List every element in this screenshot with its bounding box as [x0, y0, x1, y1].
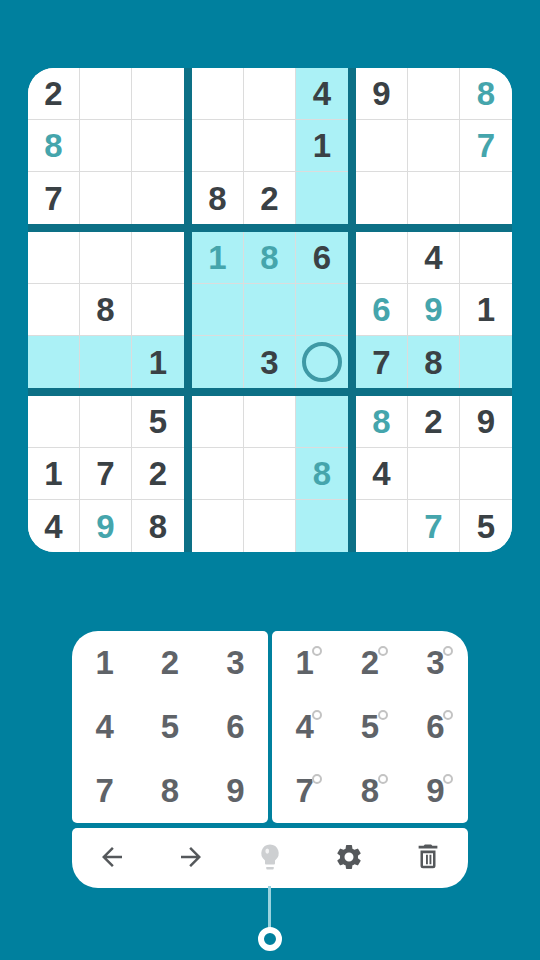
- given-number: 9: [372, 77, 390, 110]
- cell-r5c3[interactable]: [132, 284, 184, 336]
- numpad-digit-4[interactable]: 4: [72, 695, 137, 759]
- cell-r2c6[interactable]: 1: [296, 120, 348, 172]
- cell-r7c4[interactable]: [192, 396, 244, 448]
- cell-r1c8[interactable]: [408, 68, 460, 120]
- given-number: 7: [96, 457, 114, 490]
- user-number: 8: [313, 457, 331, 490]
- box-5: 1863: [192, 232, 348, 388]
- numpad-digit-7[interactable]: 7: [72, 759, 137, 823]
- cell-r4c5[interactable]: 8: [244, 232, 296, 284]
- handle-line: [268, 886, 271, 930]
- cell-r9c1[interactable]: 4: [28, 500, 80, 552]
- given-number: 2: [260, 182, 278, 215]
- given-number: 2: [424, 405, 442, 438]
- numpad-digit-8[interactable]: 8: [137, 759, 202, 823]
- numpad-digit-1[interactable]: 1: [72, 631, 137, 695]
- cell-r5c1[interactable]: [28, 284, 80, 336]
- given-number: 4: [44, 510, 62, 543]
- user-number: 8: [477, 77, 495, 110]
- note-ring-icon: [378, 710, 388, 720]
- numpad-digit-6[interactable]: 6: [203, 695, 268, 759]
- notepad-digit-8[interactable]: 8: [337, 759, 402, 823]
- numpad-notes: 123456789: [272, 631, 468, 823]
- cell-r1c1[interactable]: 2: [28, 68, 80, 120]
- cell-r7c2[interactable]: [80, 396, 132, 448]
- note-digit-label: 2: [361, 644, 379, 682]
- cell-r9c3[interactable]: 8: [132, 500, 184, 552]
- cell-r9c4[interactable]: [192, 500, 244, 552]
- cell-r2c9[interactable]: 7: [460, 120, 512, 172]
- cell-r3c1[interactable]: 7: [28, 172, 80, 224]
- note-digit-label: 5: [361, 708, 379, 746]
- cell-r7c9[interactable]: 9: [460, 396, 512, 448]
- cell-r8c9[interactable]: [460, 448, 512, 500]
- cell-r2c3[interactable]: [132, 120, 184, 172]
- handle-ring[interactable]: [258, 927, 282, 951]
- given-number: 7: [44, 182, 62, 215]
- cell-r3c3[interactable]: [132, 172, 184, 224]
- given-number: 1: [313, 129, 331, 162]
- cell-r2c5[interactable]: [244, 120, 296, 172]
- given-number: 5: [149, 405, 167, 438]
- cell-r8c6[interactable]: 8: [296, 448, 348, 500]
- selected-cell-ring: [302, 342, 342, 382]
- note-ring-icon: [312, 774, 322, 784]
- note-digit-label: 8: [361, 772, 379, 810]
- cell-r6c1[interactable]: [28, 336, 80, 388]
- cell-r4c9[interactable]: [460, 232, 512, 284]
- cell-r3c8[interactable]: [408, 172, 460, 224]
- cell-r4c2[interactable]: [80, 232, 132, 284]
- user-number: 8: [44, 129, 62, 162]
- notepad-digit-7[interactable]: 7: [272, 759, 337, 823]
- cell-r3c7[interactable]: [356, 172, 408, 224]
- given-number: 5: [477, 510, 495, 543]
- cell-r9c7[interactable]: [356, 500, 408, 552]
- box-1: 287: [28, 68, 184, 224]
- note-digit-label: 1: [295, 644, 313, 682]
- cell-r1c9[interactable]: 8: [460, 68, 512, 120]
- cell-r6c8[interactable]: 8: [408, 336, 460, 388]
- given-number: 1: [477, 293, 495, 326]
- given-number: 1: [149, 346, 167, 379]
- numpad-digit-3[interactable]: 3: [203, 631, 268, 695]
- given-number: 7: [372, 346, 390, 379]
- note-ring-icon: [378, 646, 388, 656]
- cell-r5c6[interactable]: [296, 284, 348, 336]
- user-number: 8: [372, 405, 390, 438]
- cell-r8c2[interactable]: 7: [80, 448, 132, 500]
- cell-r3c6[interactable]: [296, 172, 348, 224]
- note-ring-icon: [378, 774, 388, 784]
- cell-r5c9[interactable]: 1: [460, 284, 512, 336]
- gear-icon: [334, 842, 364, 875]
- given-number: 4: [424, 241, 442, 274]
- undo-button[interactable]: [92, 838, 132, 878]
- cell-r1c2[interactable]: [80, 68, 132, 120]
- note-ring-icon: [312, 710, 322, 720]
- sudoku-board: 287418298781186346917851724988829475: [28, 68, 512, 552]
- user-number: 7: [424, 510, 442, 543]
- box-9: 829475: [356, 396, 512, 552]
- given-number: 6: [313, 241, 331, 274]
- box-6: 469178: [356, 232, 512, 388]
- cell-r4c3[interactable]: [132, 232, 184, 284]
- note-digit-label: 9: [426, 772, 444, 810]
- cell-r1c4[interactable]: [192, 68, 244, 120]
- notepad-digit-3[interactable]: 3: [403, 631, 468, 695]
- cell-r9c2[interactable]: 9: [80, 500, 132, 552]
- cell-r6c2[interactable]: [80, 336, 132, 388]
- cell-r6c9[interactable]: [460, 336, 512, 388]
- cell-r2c8[interactable]: [408, 120, 460, 172]
- cell-r9c8[interactable]: 7: [408, 500, 460, 552]
- cell-r7c8[interactable]: 2: [408, 396, 460, 448]
- note-digit-label: 7: [295, 772, 313, 810]
- cell-r8c8[interactable]: [408, 448, 460, 500]
- user-number: 6: [372, 293, 390, 326]
- numpad-digit-9[interactable]: 9: [203, 759, 268, 823]
- cell-r7c5[interactable]: [244, 396, 296, 448]
- cell-r4c4[interactable]: 1: [192, 232, 244, 284]
- trash-icon: [413, 842, 443, 875]
- cell-r9c5[interactable]: [244, 500, 296, 552]
- given-number: 3: [260, 346, 278, 379]
- given-number: 4: [313, 77, 331, 110]
- cell-r7c3[interactable]: 5: [132, 396, 184, 448]
- given-number: 9: [477, 405, 495, 438]
- given-number: 8: [424, 346, 442, 379]
- cell-r3c5[interactable]: 2: [244, 172, 296, 224]
- cell-r8c4[interactable]: [192, 448, 244, 500]
- box-3: 987: [356, 68, 512, 224]
- box-4: 81: [28, 232, 184, 388]
- cell-r2c4[interactable]: [192, 120, 244, 172]
- note-digit-label: 3: [426, 644, 444, 682]
- redo-button[interactable]: [171, 838, 211, 878]
- toolbar: [72, 828, 468, 888]
- numpad-digit-5[interactable]: 5: [137, 695, 202, 759]
- cell-r5c5[interactable]: [244, 284, 296, 336]
- given-number: 8: [208, 182, 226, 215]
- user-number: 9: [96, 510, 114, 543]
- cell-r7c7[interactable]: 8: [356, 396, 408, 448]
- cell-r8c1[interactable]: 1: [28, 448, 80, 500]
- cell-r6c3[interactable]: 1: [132, 336, 184, 388]
- cell-r2c7[interactable]: [356, 120, 408, 172]
- cell-r9c9[interactable]: 5: [460, 500, 512, 552]
- user-number: 7: [477, 129, 495, 162]
- cell-r1c7[interactable]: 9: [356, 68, 408, 120]
- settings-button[interactable]: [329, 838, 369, 878]
- notepad-digit-4[interactable]: 4: [272, 695, 337, 759]
- numpad-normal: 123456789: [72, 631, 268, 823]
- cell-r6c6[interactable]: [296, 336, 348, 388]
- cell-r1c3[interactable]: [132, 68, 184, 120]
- cell-r7c1[interactable]: [28, 396, 80, 448]
- cell-r6c4[interactable]: [192, 336, 244, 388]
- note-ring-icon: [312, 646, 322, 656]
- notepad-digit-1[interactable]: 1: [272, 631, 337, 695]
- lightbulb-icon: [255, 842, 285, 875]
- box-2: 4182: [192, 68, 348, 224]
- given-number: 2: [149, 457, 167, 490]
- box-8: 8: [192, 396, 348, 552]
- cell-r8c7[interactable]: 4: [356, 448, 408, 500]
- given-number: 8: [96, 293, 114, 326]
- cell-r7c6[interactable]: [296, 396, 348, 448]
- cell-r3c4[interactable]: 8: [192, 172, 244, 224]
- cell-r4c8[interactable]: 4: [408, 232, 460, 284]
- given-number: 2: [44, 77, 62, 110]
- arrow-right-icon: [176, 842, 206, 875]
- cell-r3c2[interactable]: [80, 172, 132, 224]
- cell-r3c9[interactable]: [460, 172, 512, 224]
- cell-r8c3[interactable]: 2: [132, 448, 184, 500]
- arrow-left-icon: [97, 842, 127, 875]
- notepad-digit-2[interactable]: 2: [337, 631, 402, 695]
- given-number: 4: [372, 457, 390, 490]
- cell-r1c5[interactable]: [244, 68, 296, 120]
- user-number: 9: [424, 293, 442, 326]
- note-digit-label: 4: [295, 708, 313, 746]
- erase-button[interactable]: [408, 838, 448, 878]
- given-number: 1: [44, 457, 62, 490]
- cell-r6c5[interactable]: 3: [244, 336, 296, 388]
- box-7: 5172498: [28, 396, 184, 552]
- note-ring-icon: [443, 774, 453, 784]
- hint-button[interactable]: [250, 838, 290, 878]
- notepad-digit-6[interactable]: 6: [403, 695, 468, 759]
- user-number: 8: [260, 241, 278, 274]
- given-number: 8: [149, 510, 167, 543]
- note-ring-icon: [443, 710, 453, 720]
- numpad-digit-2[interactable]: 2: [137, 631, 202, 695]
- cell-r9c6[interactable]: [296, 500, 348, 552]
- cell-r2c2[interactable]: [80, 120, 132, 172]
- note-digit-label: 6: [426, 708, 444, 746]
- user-number: 1: [208, 241, 226, 274]
- cell-r1c6[interactable]: 4: [296, 68, 348, 120]
- cell-r5c7[interactable]: 6: [356, 284, 408, 336]
- cell-r5c4[interactable]: [192, 284, 244, 336]
- cell-r5c8[interactable]: 9: [408, 284, 460, 336]
- notepad-digit-5[interactable]: 5: [337, 695, 402, 759]
- cell-r2c1[interactable]: 8: [28, 120, 80, 172]
- cell-r4c7[interactable]: [356, 232, 408, 284]
- cell-r5c2[interactable]: 8: [80, 284, 132, 336]
- cell-r4c1[interactable]: [28, 232, 80, 284]
- note-ring-icon: [443, 646, 453, 656]
- cell-r8c5[interactable]: [244, 448, 296, 500]
- notepad-digit-9[interactable]: 9: [403, 759, 468, 823]
- cell-r6c7[interactable]: 7: [356, 336, 408, 388]
- cell-r4c6[interactable]: 6: [296, 232, 348, 284]
